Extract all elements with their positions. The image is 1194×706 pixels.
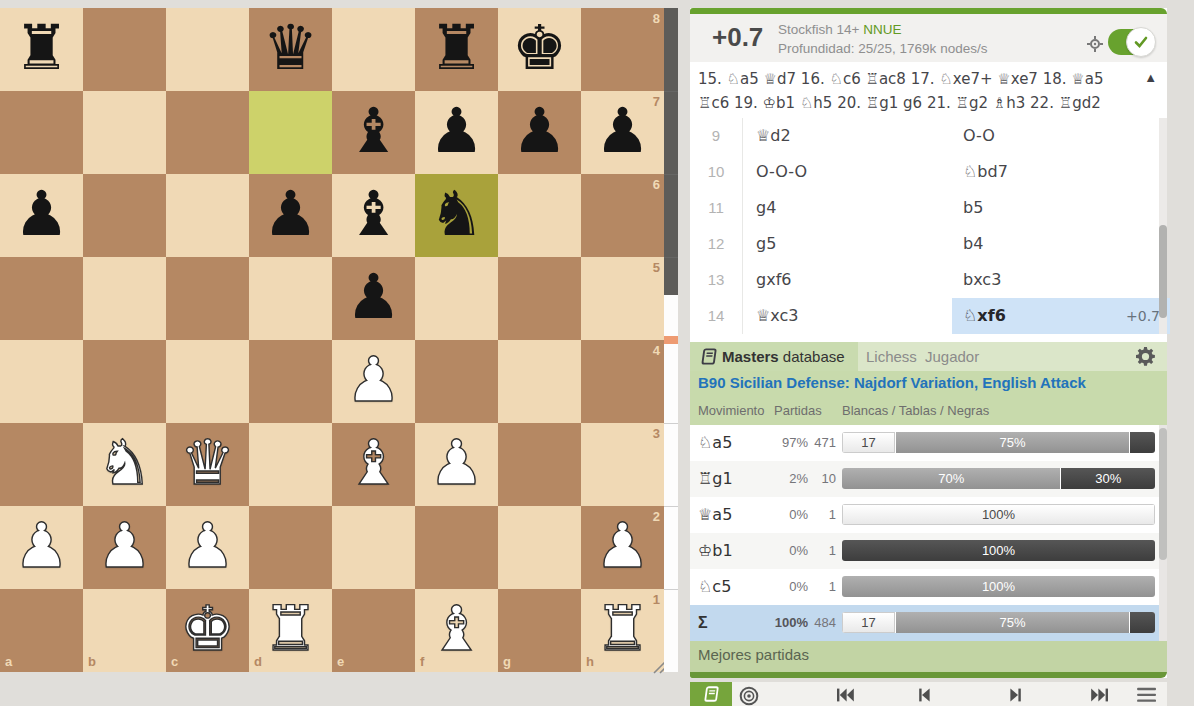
explorer-move[interactable]: ♖g1 [698,461,733,497]
black-piece-f7[interactable]: ♟ [429,89,485,172]
square-c2[interactable]: ♟ [166,506,249,589]
square-a2[interactable]: ♟ [0,506,83,589]
white-piece-b3[interactable]: ♞ [97,421,153,504]
square-b5[interactable] [83,257,166,340]
explorer-pct: 97% [760,425,808,461]
square-d8[interactable]: ♛ [249,8,332,91]
explorer-row[interactable]: ♘c5 0% 1 100% [690,569,1159,605]
result-bar-segment-black [1130,612,1155,633]
square-a4[interactable] [0,340,83,423]
result-bar: 1775% [842,432,1155,453]
square-e6[interactable]: ♝ [332,174,415,257]
square-h2[interactable]: ♟ [581,506,664,589]
explorer-row[interactable]: ♖g1 2% 10 70%30% [690,461,1159,497]
white-piece-c2[interactable]: ♟ [180,504,236,587]
white-piece-e4[interactable]: ♟ [346,338,402,421]
eval-bar-tick [664,589,678,590]
explorer-column-headers: Movimiento Partidas Blancas / Tablas / N… [690,399,1167,425]
check-icon [1133,35,1149,49]
square-c1[interactable]: ♚ [166,589,249,672]
square-f2[interactable] [415,506,498,589]
explorer-move[interactable]: ♕a5 [698,497,732,533]
square-f3[interactable]: ♟ [415,423,498,506]
square-g8[interactable]: ♚ [498,8,581,91]
move-number: 10 [690,154,743,190]
best-games-section[interactable]: Mejores partidas [690,641,1167,672]
opening-name-link[interactable]: B90 Sicilian Defense: Najdorf Variation,… [698,374,1086,391]
skip-to-start-icon[interactable] [833,687,857,703]
square-a8[interactable]: ♜ [0,8,83,91]
chess-board[interactable]: ♜♛♜♚♝♟♟♟♟♟♝♞♟♟♞♛♝♟♟♟♟♟♚♜♝♜ 87654321abcde… [0,8,664,672]
explorer-scrollbar-track[interactable] [1159,425,1167,641]
explorer-games: 1 [808,497,836,533]
black-piece-d6[interactable]: ♟ [263,172,319,255]
gear-icon[interactable] [1136,347,1155,366]
square-b8[interactable] [83,8,166,91]
white-move[interactable]: ♕xc3 [756,298,799,334]
book-icon [702,685,720,703]
nnue-badge: NNUE [863,22,901,37]
explorer-total-row: Σ 100% 484 1775% [690,605,1167,641]
eval-bar-white [664,295,678,672]
result-bar: 100% [842,576,1155,597]
board-squares: ♜♛♜♚♝♟♟♟♟♟♝♞♟♟♞♛♝♟♟♟♟♟♚♜♝♜ [0,8,664,672]
white-move[interactable]: gxf6 [756,262,791,298]
explorer-pct: 2% [760,461,808,497]
square-f1[interactable]: ♝ [415,589,498,672]
black-piece-e7[interactable]: ♝ [346,89,402,172]
menu-icon[interactable] [1136,686,1158,704]
analysis-panel: +0.7 Stockfish 14+ NNUE Profundidad: 25/… [690,8,1167,678]
tab-player[interactable]: Jugador [925,342,979,371]
square-c7[interactable] [166,91,249,174]
move-row: 13 gxf6 bxc3 [690,262,1167,298]
eval-bar-zero-marker [664,336,678,344]
square-h8[interactable] [581,8,664,91]
black-move[interactable]: ♘bd7 [963,154,1008,190]
square-e1[interactable] [332,589,415,672]
column-result: Blancas / Tablas / Negras [842,403,989,418]
column-games: Partidas [774,403,822,418]
square-e4[interactable]: ♟ [332,340,415,423]
masters-database-label[interactable]: Masters database [722,342,845,371]
square-b4[interactable] [83,340,166,423]
explorer-toggle-button[interactable] [690,682,732,706]
square-g7[interactable]: ♟ [498,91,581,174]
eval-bar-tick [664,257,678,258]
square-e7[interactable]: ♝ [332,91,415,174]
black-piece-h7[interactable]: ♟ [595,89,651,172]
white-piece-c1[interactable]: ♚ [180,587,236,670]
black-piece-g7[interactable]: ♟ [512,89,568,172]
black-move[interactable]: b4 [963,226,983,262]
white-piece-c3[interactable]: ♛ [180,421,236,504]
move-row: 12 g5 b4 [690,226,1167,262]
step-forward-icon[interactable] [1006,687,1026,703]
square-b3[interactable]: ♞ [83,423,166,506]
square-a1[interactable] [0,589,83,672]
square-b6[interactable] [83,174,166,257]
result-bar-segment-white: 17 [842,432,895,453]
move-row: 14 ♕xc3 ♘xf6+0.7 [690,298,1167,334]
move-row: 9 ♕d2 O-O [690,118,1167,154]
black-piece-d8[interactable]: ♛ [263,6,319,89]
explorer-games: 1 [808,569,836,605]
black-piece-e5[interactable]: ♟ [346,255,402,338]
square-a3[interactable] [0,423,83,506]
white-piece-b2[interactable]: ♟ [97,504,153,587]
column-move: Movimiento [698,403,764,418]
result-bar: 100% [842,504,1155,525]
square-f6[interactable]: ♞ [415,174,498,257]
engine-name: Stockfish 14+ [778,22,859,37]
square-h7[interactable]: ♟ [581,91,664,174]
white-move[interactable]: ♕d2 [756,118,791,154]
explorer-games: 10 [808,461,836,497]
engine-depth: Profundidad: 25/25, 1769k nodes/s [778,39,987,58]
square-a5[interactable] [0,257,83,340]
engine-line[interactable]: 15. ♘a5 ♕d7 16. ♘c6 ♖ac8 17. ♘xe7+ ♕xe7 … [690,62,1167,119]
white-move[interactable]: g5 [756,226,776,262]
move-row: 10 O-O-O ♘bd7 [690,154,1167,190]
square-g2[interactable] [498,506,581,589]
explorer-pct: 100% [760,605,808,641]
white-piece-d1[interactable]: ♜ [263,587,319,670]
result-bar-segment-draw: 70% [842,468,1060,489]
result-bar-segment-draw: 75% [896,432,1129,453]
movelist-scrollbar-track[interactable] [1159,118,1167,334]
bullseye-icon[interactable] [738,685,760,706]
square-h5[interactable] [581,257,664,340]
explorer-pct: 0% [760,533,808,569]
square-h4[interactable] [581,340,664,423]
square-c4[interactable] [166,340,249,423]
square-c6[interactable] [166,174,249,257]
eval-score: +0.7 [712,22,763,53]
explorer-row[interactable]: ♘a5 97% 471 1775% [690,425,1159,461]
square-b7[interactable] [83,91,166,174]
eval-bar-tick [664,174,678,175]
square-h6[interactable] [581,174,664,257]
square-a6[interactable]: ♟ [0,174,83,257]
black-move-active[interactable]: ♘xf6+0.7 [952,298,1170,334]
white-piece-f3[interactable]: ♟ [429,421,485,504]
explorer-header: Masters database Lichess Jugador [690,342,1167,371]
explorer-pct: 0% [760,569,808,605]
square-f7[interactable]: ♟ [415,91,498,174]
engine-info: Stockfish 14+ NNUE Profundidad: 25/25, 1… [778,20,987,58]
square-e3[interactable]: ♝ [332,423,415,506]
explorer-pct: 0% [760,497,808,533]
practice-target-icon[interactable] [1085,34,1105,54]
square-g4[interactable] [498,340,581,423]
result-bar: 1775% [842,612,1155,633]
square-b2[interactable]: ♟ [83,506,166,589]
square-c5[interactable] [166,257,249,340]
panel-bottom-accent [690,672,1167,678]
square-e2[interactable] [332,506,415,589]
move-number: 14 [690,298,743,334]
collapse-triangle-icon[interactable]: ▲ [1144,70,1157,85]
eval-bar-tick [664,91,678,92]
white-piece-h2[interactable]: ♟ [595,504,651,587]
black-piece-f6[interactable]: ♞ [429,172,485,255]
square-g3[interactable] [498,423,581,506]
square-b1[interactable] [83,589,166,672]
explorer-games: 471 [808,425,836,461]
black-piece-a8[interactable]: ♜ [14,6,70,89]
step-back-icon[interactable] [914,687,934,703]
square-d4[interactable] [249,340,332,423]
black-piece-f8[interactable]: ♜ [429,6,485,89]
square-a7[interactable] [0,91,83,174]
square-c8[interactable] [166,8,249,91]
black-move[interactable]: bxc3 [963,262,1001,298]
black-piece-e6[interactable]: ♝ [346,172,402,255]
black-move[interactable]: b5 [963,190,983,226]
square-g5[interactable] [498,257,581,340]
square-d1[interactable]: ♜ [249,589,332,672]
analysis-toolbar [690,682,1167,706]
square-e5[interactable]: ♟ [332,257,415,340]
toggle-knob[interactable] [1126,27,1156,57]
result-bar-segment-black: 100% [842,540,1155,561]
result-bar: 70%30% [842,468,1155,489]
square-d6[interactable]: ♟ [249,174,332,257]
white-piece-f1[interactable]: ♝ [429,587,485,670]
sigma-label: Σ [698,605,708,641]
tab-masters[interactable]: Masters database [690,342,858,371]
eval-bar-tick [664,423,678,424]
movelist-scrollbar-thumb[interactable] [1159,225,1167,318]
tab-lichess[interactable]: Lichess [866,342,917,371]
result-bar-segment-black: 30% [1061,468,1155,489]
engine-eval-header: +0.7 Stockfish 14+ NNUE Profundidad: 25/… [690,14,1167,62]
opening-row: B90 Sicilian Defense: Najdorf Variation,… [690,371,1167,399]
explorer-games: 484 [808,605,836,641]
square-e8[interactable] [332,8,415,91]
explorer-scrollbar-thumb[interactable] [1159,428,1167,560]
engine-toggle[interactable] [1108,29,1154,55]
result-bar-segment-black [1130,432,1155,453]
result-bar-segment-white: 17 [842,612,895,633]
white-piece-a2[interactable]: ♟ [14,504,70,587]
square-g1[interactable] [498,589,581,672]
square-f5[interactable] [415,257,498,340]
square-d5[interactable] [249,257,332,340]
black-piece-a6[interactable]: ♟ [14,172,70,255]
explorer-move[interactable]: ♘a5 [698,425,732,461]
explorer-row[interactable]: ♔b1 0% 1 100% [690,533,1159,569]
explorer-move[interactable]: ♔b1 [698,533,733,569]
result-bar-segment-white: 100% [842,504,1155,525]
move-list: 9 ♕d2 O-O 10 O-O-O ♘bd7 11 g4 b5 12 g5 b… [690,118,1167,334]
black-piece-g8[interactable]: ♚ [512,6,568,89]
square-h3[interactable] [581,423,664,506]
move-number: 12 [690,226,743,262]
result-bar: 100% [842,540,1155,561]
eval-bar-black [664,8,678,295]
best-games-label[interactable]: Mejores partidas [698,646,809,663]
move-eval: +0.7 [1126,298,1160,334]
skip-to-end-icon[interactable] [1088,687,1112,703]
eval-bar [664,8,678,672]
eval-bar-tick [664,506,678,507]
square-f4[interactable] [415,340,498,423]
white-move[interactable]: g4 [756,190,776,226]
square-d2[interactable] [249,506,332,589]
explorer-row[interactable]: ♕a5 0% 1 100% [690,497,1159,533]
explorer-games: 1 [808,533,836,569]
square-f8[interactable]: ♜ [415,8,498,91]
white-piece-h1[interactable]: ♜ [595,587,651,670]
square-c3[interactable]: ♛ [166,423,249,506]
move-row: 11 g4 b5 [690,190,1167,226]
result-bar-segment-draw: 75% [896,612,1129,633]
white-move[interactable]: O-O-O [756,154,807,190]
move-number: 9 [690,118,743,154]
square-g6[interactable] [498,174,581,257]
square-d3[interactable] [249,423,332,506]
white-piece-e3[interactable]: ♝ [346,421,402,504]
move-number: 11 [690,190,743,226]
result-bar-segment-draw: 100% [842,576,1155,597]
square-d7[interactable] [249,91,332,174]
black-move[interactable]: O-O [963,118,995,154]
explorer-move[interactable]: ♘c5 [698,569,731,605]
move-number: 13 [690,262,743,298]
book-icon [699,347,718,366]
